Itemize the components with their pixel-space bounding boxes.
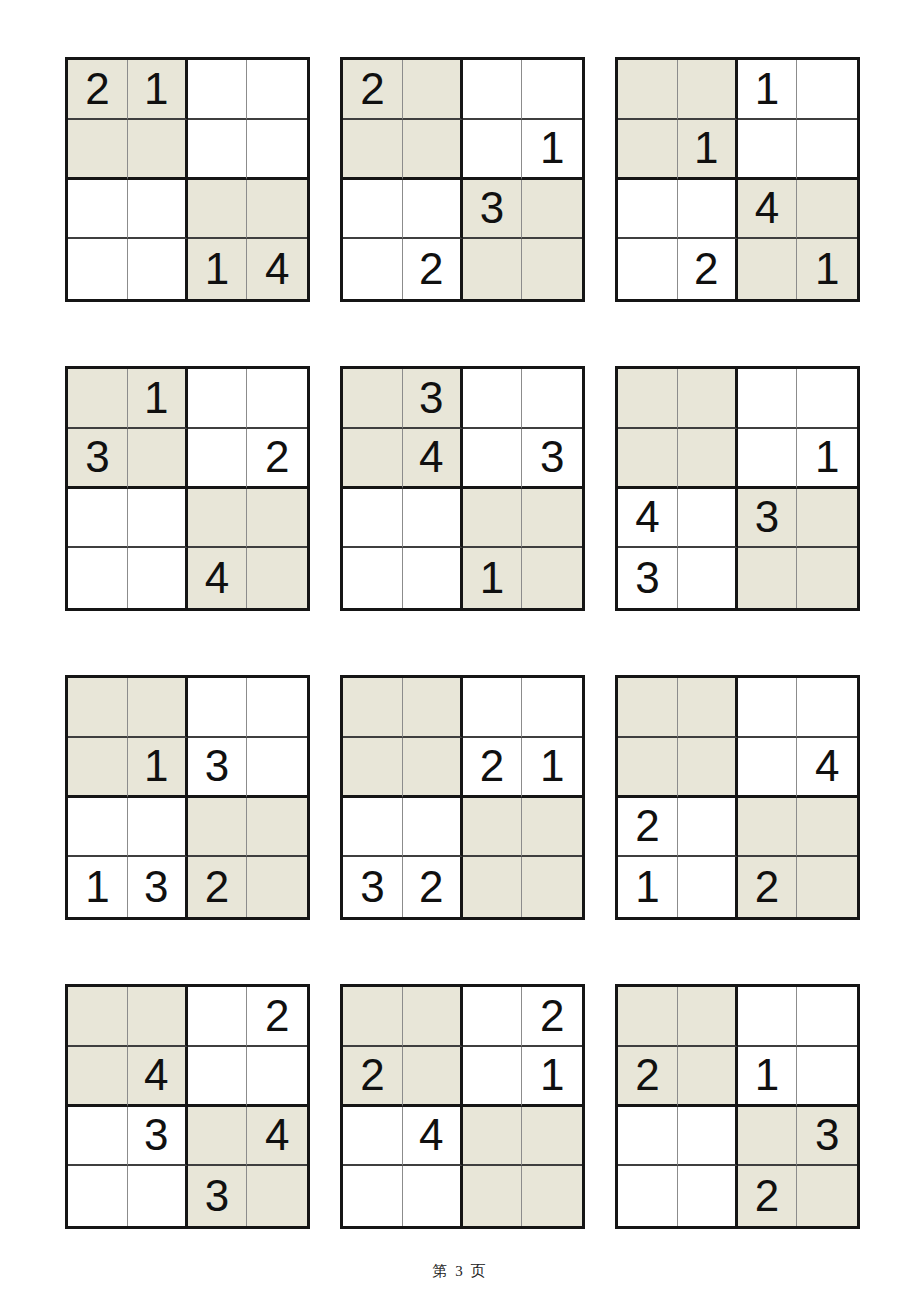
sudoku-board: 4212 [615, 675, 860, 920]
cell-r2c3 [188, 1047, 248, 1107]
cell-r2c1 [618, 429, 678, 489]
cell-r4c4 [522, 239, 582, 299]
cell-r2c2: 1 [678, 120, 738, 180]
cell-r3c4 [797, 489, 857, 549]
cell-r4c3 [738, 239, 798, 299]
sudoku-board: 2132 [340, 57, 585, 302]
cell-r1c2 [403, 60, 463, 120]
cell-r4c3 [463, 1166, 523, 1226]
cell-r1c1 [343, 369, 403, 429]
cell-r3c1 [618, 1107, 678, 1167]
cell-r3c1 [68, 1107, 128, 1167]
sudoku-board: 13132 [65, 675, 310, 920]
worksheet-page: 2114 2132 11421 1324 3431 1433 13132 213… [0, 0, 920, 1303]
cell-r4c1: 1 [618, 857, 678, 917]
cell-r1c4 [247, 678, 307, 738]
cell-r4c3 [738, 548, 798, 608]
cell-r3c2 [403, 180, 463, 240]
cell-r4c2 [678, 857, 738, 917]
cell-r3c4 [797, 798, 857, 858]
cell-r3c2 [128, 798, 188, 858]
cell-r1c2 [403, 987, 463, 1047]
cell-r3c1 [343, 180, 403, 240]
cell-r1c3 [738, 369, 798, 429]
cell-r1c3 [738, 678, 798, 738]
cell-r4c4: 4 [247, 239, 307, 299]
cell-r4c4 [522, 857, 582, 917]
cell-r1c2 [128, 678, 188, 738]
cell-r1c4 [522, 678, 582, 738]
cell-r2c2 [403, 120, 463, 180]
cell-r3c1 [68, 489, 128, 549]
cell-r4c4 [522, 1166, 582, 1226]
cell-r2c1 [68, 120, 128, 180]
cell-r2c2 [678, 429, 738, 489]
cell-r1c1 [618, 678, 678, 738]
cell-r2c4: 4 [797, 738, 857, 798]
cell-r2c1 [343, 120, 403, 180]
cell-r2c3 [463, 1047, 523, 1107]
cell-r1c2: 1 [128, 60, 188, 120]
cell-r2c2 [128, 120, 188, 180]
cell-r1c2: 1 [128, 369, 188, 429]
cell-r4c2 [128, 548, 188, 608]
cell-r2c2 [128, 429, 188, 489]
cell-r3c3 [738, 1107, 798, 1167]
cell-r1c1 [618, 987, 678, 1047]
cell-r3c4 [247, 489, 307, 549]
cell-r3c2 [678, 180, 738, 240]
cell-r3c4 [522, 1107, 582, 1167]
puzzle-grid-container: 2114 2132 11421 1324 3431 1433 13132 213… [65, 57, 860, 1229]
cell-r1c4: 2 [247, 987, 307, 1047]
cell-r1c2 [678, 369, 738, 429]
cell-r4c4: 1 [797, 239, 857, 299]
cell-r2c1: 3 [68, 429, 128, 489]
cell-r2c1 [343, 429, 403, 489]
cell-r1c1 [343, 987, 403, 1047]
cell-r3c4 [522, 798, 582, 858]
sudoku-board: 1433 [615, 366, 860, 611]
cell-r3c4 [247, 798, 307, 858]
cell-r2c4: 1 [522, 120, 582, 180]
cell-r1c2 [678, 987, 738, 1047]
cell-r3c3 [463, 798, 523, 858]
cell-r3c2 [128, 180, 188, 240]
cell-r1c1 [618, 60, 678, 120]
cell-r3c2: 4 [403, 1107, 463, 1167]
cell-r4c3: 2 [188, 857, 248, 917]
cell-r1c3 [188, 60, 248, 120]
sudoku-board: 11421 [615, 57, 860, 302]
sudoku-board: 3431 [340, 366, 585, 611]
cell-r1c2 [128, 987, 188, 1047]
cell-r3c4 [797, 180, 857, 240]
cell-r1c2 [678, 60, 738, 120]
cell-r1c3 [463, 678, 523, 738]
cell-r2c3 [463, 120, 523, 180]
cell-r1c1: 2 [68, 60, 128, 120]
cell-r2c3: 2 [463, 738, 523, 798]
cell-r3c2 [403, 798, 463, 858]
cell-r1c3 [463, 987, 523, 1047]
cell-r3c1 [68, 180, 128, 240]
cell-r1c3 [463, 369, 523, 429]
cell-r4c3: 4 [188, 548, 248, 608]
cell-r3c3 [188, 1107, 248, 1167]
cell-r2c2 [678, 1047, 738, 1107]
cell-r2c4: 1 [522, 738, 582, 798]
cell-r3c4: 3 [797, 1107, 857, 1167]
cell-r3c2 [678, 489, 738, 549]
cell-r1c4 [797, 678, 857, 738]
cell-r2c2 [403, 1047, 463, 1107]
cell-r3c1 [343, 798, 403, 858]
cell-r3c1 [343, 489, 403, 549]
cell-r4c2 [678, 548, 738, 608]
cell-r4c4 [522, 548, 582, 608]
cell-r3c4 [247, 180, 307, 240]
cell-r3c4 [522, 489, 582, 549]
cell-r2c4 [247, 738, 307, 798]
cell-r4c1 [618, 239, 678, 299]
cell-r2c4: 1 [797, 429, 857, 489]
cell-r1c3 [738, 987, 798, 1047]
cell-r1c3 [188, 987, 248, 1047]
cell-r1c1 [618, 369, 678, 429]
cell-r3c4: 4 [247, 1107, 307, 1167]
cell-r3c4 [522, 180, 582, 240]
cell-r3c3: 3 [463, 180, 523, 240]
cell-r4c2 [403, 548, 463, 608]
sudoku-board: 2132 [340, 675, 585, 920]
cell-r3c3 [463, 1107, 523, 1167]
cell-r2c3 [738, 738, 798, 798]
cell-r4c1 [618, 1166, 678, 1226]
cell-r2c2: 1 [128, 738, 188, 798]
cell-r2c4: 2 [247, 429, 307, 489]
cell-r2c4 [247, 1047, 307, 1107]
cell-r2c3 [738, 429, 798, 489]
cell-r4c3 [463, 857, 523, 917]
cell-r2c2 [403, 738, 463, 798]
cell-r1c4 [522, 369, 582, 429]
cell-r1c4 [247, 60, 307, 120]
cell-r3c2 [403, 489, 463, 549]
cell-r1c1 [68, 369, 128, 429]
cell-r2c3 [738, 120, 798, 180]
sudoku-board: 2132 [615, 984, 860, 1229]
cell-r2c2: 4 [128, 1047, 188, 1107]
cell-r1c2: 3 [403, 369, 463, 429]
cell-r4c1 [343, 1166, 403, 1226]
cell-r4c3: 1 [188, 239, 248, 299]
cell-r4c1: 1 [68, 857, 128, 917]
cell-r4c2: 2 [403, 239, 463, 299]
cell-r4c3: 3 [188, 1166, 248, 1226]
cell-r1c1 [68, 987, 128, 1047]
cell-r2c2: 4 [403, 429, 463, 489]
cell-r4c3: 1 [463, 548, 523, 608]
cell-r1c4 [522, 60, 582, 120]
cell-r3c2: 3 [128, 1107, 188, 1167]
cell-r2c1 [68, 738, 128, 798]
cell-r3c3 [188, 489, 248, 549]
cell-r3c3 [463, 489, 523, 549]
cell-r3c3 [738, 798, 798, 858]
cell-r1c3 [188, 369, 248, 429]
sudoku-board: 2214 [340, 984, 585, 1229]
cell-r3c3 [188, 180, 248, 240]
cell-r4c2 [678, 1166, 738, 1226]
cell-r3c1: 4 [618, 489, 678, 549]
cell-r1c4 [247, 369, 307, 429]
cell-r4c1 [68, 1166, 128, 1226]
cell-r4c2 [128, 239, 188, 299]
cell-r4c4 [797, 857, 857, 917]
cell-r2c1 [618, 738, 678, 798]
cell-r1c3: 1 [738, 60, 798, 120]
cell-r3c1 [343, 1107, 403, 1167]
cell-r2c3: 3 [188, 738, 248, 798]
cell-r4c1 [68, 548, 128, 608]
cell-r4c4 [247, 548, 307, 608]
cell-r1c2 [403, 678, 463, 738]
cell-r1c4 [797, 987, 857, 1047]
page-number-footer: 第 3 页 [0, 1262, 920, 1281]
cell-r4c1 [343, 548, 403, 608]
cell-r2c4 [247, 120, 307, 180]
cell-r2c4: 1 [522, 1047, 582, 1107]
cell-r3c2 [678, 798, 738, 858]
cell-r2c1 [618, 120, 678, 180]
cell-r3c1 [618, 180, 678, 240]
cell-r4c2: 2 [678, 239, 738, 299]
cell-r1c3 [188, 678, 248, 738]
cell-r3c2 [678, 1107, 738, 1167]
cell-r4c2 [128, 1166, 188, 1226]
cell-r2c3 [188, 429, 248, 489]
cell-r3c3: 4 [738, 180, 798, 240]
sudoku-board: 24343 [65, 984, 310, 1229]
cell-r3c1 [68, 798, 128, 858]
cell-r2c1: 2 [618, 1047, 678, 1107]
cell-r3c2 [128, 489, 188, 549]
cell-r4c3: 2 [738, 1166, 798, 1226]
cell-r4c4 [247, 1166, 307, 1226]
cell-r2c2 [678, 738, 738, 798]
cell-r2c4 [797, 120, 857, 180]
cell-r1c2 [678, 678, 738, 738]
cell-r4c3 [463, 239, 523, 299]
cell-r2c1 [343, 738, 403, 798]
cell-r4c2 [403, 1166, 463, 1226]
sudoku-board: 2114 [65, 57, 310, 302]
cell-r1c4: 2 [522, 987, 582, 1047]
cell-r1c3 [463, 60, 523, 120]
sudoku-board: 1324 [65, 366, 310, 611]
cell-r1c1 [68, 678, 128, 738]
cell-r2c4 [797, 1047, 857, 1107]
cell-r4c2: 2 [403, 857, 463, 917]
cell-r2c3: 1 [738, 1047, 798, 1107]
cell-r4c4 [247, 857, 307, 917]
cell-r1c4 [797, 60, 857, 120]
cell-r3c3 [188, 798, 248, 858]
cell-r3c1: 2 [618, 798, 678, 858]
cell-r4c1 [68, 239, 128, 299]
cell-r1c4 [797, 369, 857, 429]
cell-r2c3 [188, 120, 248, 180]
cell-r4c1: 3 [618, 548, 678, 608]
cell-r4c4 [797, 548, 857, 608]
cell-r4c3: 2 [738, 857, 798, 917]
cell-r2c1 [68, 1047, 128, 1107]
cell-r1c1 [343, 678, 403, 738]
cell-r4c2: 3 [128, 857, 188, 917]
cell-r2c4: 3 [522, 429, 582, 489]
cell-r2c1: 2 [343, 1047, 403, 1107]
cell-r3c3: 3 [738, 489, 798, 549]
cell-r4c1 [343, 239, 403, 299]
cell-r4c1: 3 [343, 857, 403, 917]
cell-r1c1: 2 [343, 60, 403, 120]
cell-r2c3 [463, 429, 523, 489]
cell-r4c4 [797, 1166, 857, 1226]
